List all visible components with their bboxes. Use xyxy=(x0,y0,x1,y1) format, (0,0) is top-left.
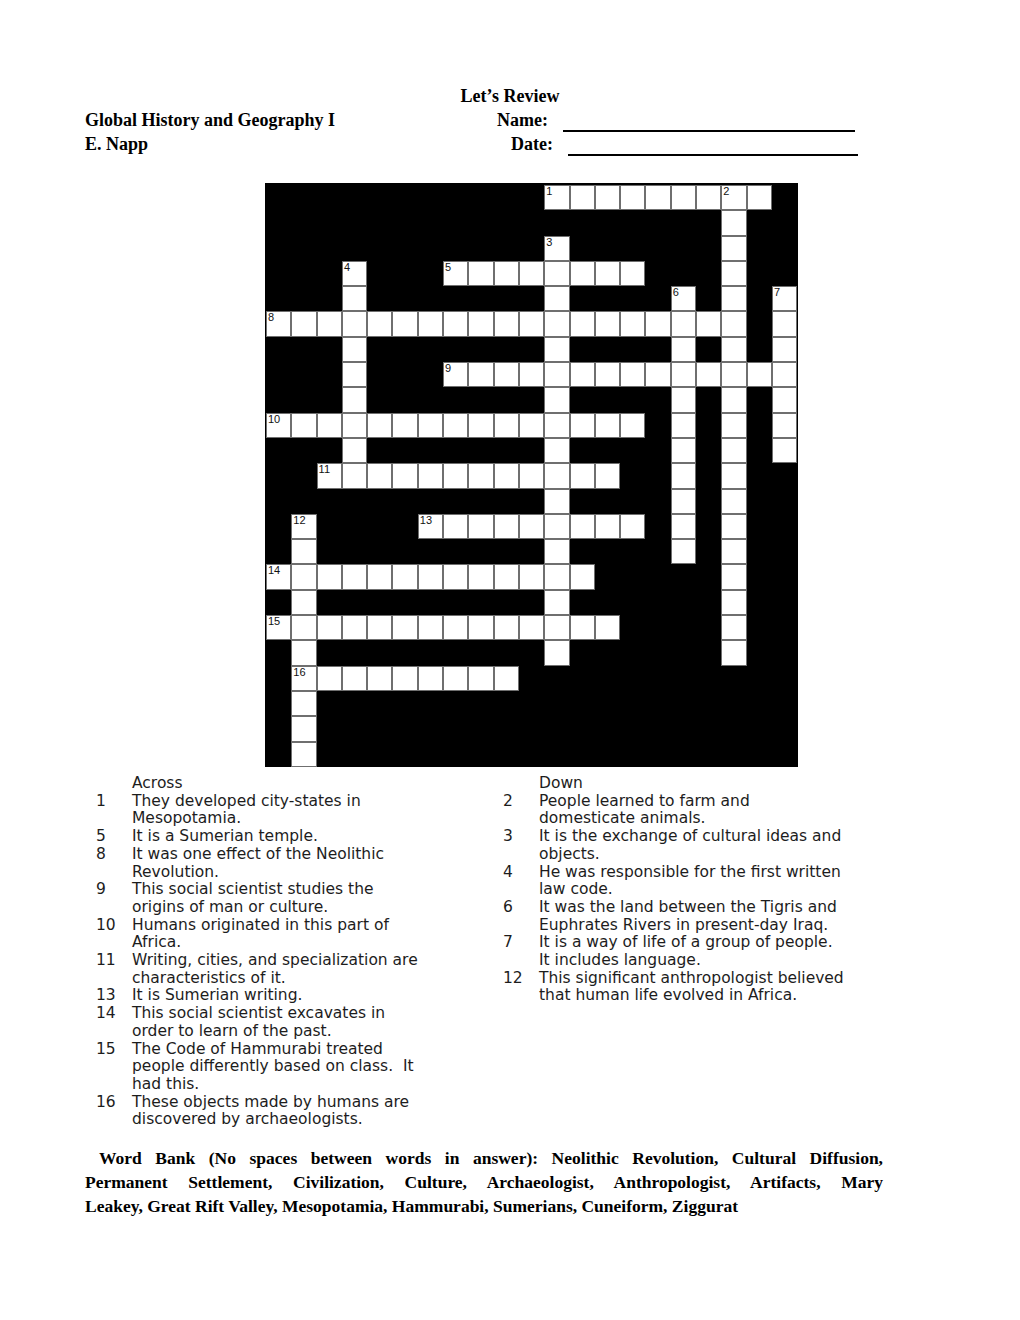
grid-cell[interactable] xyxy=(418,413,443,438)
grid-block xyxy=(317,590,342,615)
grid-block xyxy=(342,691,367,716)
grid-block xyxy=(696,742,721,767)
grid-cell[interactable] xyxy=(721,514,746,539)
grid-cell[interactable] xyxy=(544,514,569,539)
grid-block xyxy=(645,261,670,286)
grid-block xyxy=(595,742,620,767)
grid-block xyxy=(747,539,772,564)
grid-cell[interactable] xyxy=(494,666,519,691)
clue-text: He was responsible for the first written… xyxy=(539,864,841,899)
grid-block xyxy=(342,489,367,514)
grid-cell[interactable] xyxy=(671,387,696,412)
grid-block xyxy=(620,539,645,564)
grid-cell[interactable] xyxy=(317,666,342,691)
grid-cell[interactable] xyxy=(367,666,392,691)
grid-cell[interactable] xyxy=(519,615,544,640)
grid-cell[interactable] xyxy=(620,514,645,539)
grid-block xyxy=(570,640,595,665)
grid-block xyxy=(468,640,493,665)
grid-cell[interactable] xyxy=(671,185,696,210)
grid-cell[interactable] xyxy=(418,564,443,589)
grid-cell[interactable]: 4 xyxy=(342,261,367,286)
grid-cell[interactable] xyxy=(291,539,316,564)
grid-cell[interactable] xyxy=(544,564,569,589)
grid-cell[interactable] xyxy=(291,413,316,438)
grid-block xyxy=(620,742,645,767)
name-blank-field[interactable] xyxy=(563,112,855,132)
grid-block xyxy=(671,236,696,261)
grid-cell[interactable] xyxy=(468,666,493,691)
cell-number: 12 xyxy=(293,515,305,526)
grid-block xyxy=(645,463,670,488)
grid-block xyxy=(696,413,721,438)
grid-block xyxy=(291,337,316,362)
grid-cell[interactable] xyxy=(595,463,620,488)
grid-block xyxy=(696,236,721,261)
grid-block xyxy=(696,438,721,463)
grid-cell[interactable] xyxy=(721,590,746,615)
grid-cell[interactable] xyxy=(671,514,696,539)
grid-cell[interactable]: 10 xyxy=(266,413,291,438)
grid-cell[interactable] xyxy=(544,463,569,488)
grid-cell[interactable] xyxy=(620,311,645,336)
grid-cell[interactable] xyxy=(544,286,569,311)
grid-cell[interactable] xyxy=(772,413,797,438)
grid-block xyxy=(570,666,595,691)
grid-cell[interactable] xyxy=(595,615,620,640)
grid-block xyxy=(317,716,342,741)
grid-block xyxy=(266,337,291,362)
grid-cell[interactable] xyxy=(747,185,772,210)
grid-cell[interactable] xyxy=(342,438,367,463)
grid-block xyxy=(772,489,797,514)
cell-number: 3 xyxy=(546,237,552,248)
grid-cell[interactable] xyxy=(443,666,468,691)
grid-block xyxy=(595,337,620,362)
grid-block xyxy=(696,337,721,362)
grid-cell[interactable] xyxy=(772,362,797,387)
grid-cell[interactable] xyxy=(721,311,746,336)
grid-block xyxy=(392,185,417,210)
grid-cell[interactable] xyxy=(544,640,569,665)
grid-block xyxy=(317,514,342,539)
grid-block xyxy=(494,489,519,514)
grid-block xyxy=(468,387,493,412)
grid-block xyxy=(468,691,493,716)
grid-cell[interactable] xyxy=(570,514,595,539)
grid-block xyxy=(671,590,696,615)
grid-block xyxy=(595,387,620,412)
grid-cell[interactable] xyxy=(721,489,746,514)
grid-cell[interactable] xyxy=(367,463,392,488)
grid-block xyxy=(747,387,772,412)
grid-cell[interactable] xyxy=(645,311,670,336)
grid-cell[interactable] xyxy=(291,716,316,741)
grid-block xyxy=(772,666,797,691)
grid-cell[interactable] xyxy=(544,615,569,640)
grid-block xyxy=(367,438,392,463)
grid-cell[interactable] xyxy=(671,362,696,387)
grid-block xyxy=(342,590,367,615)
grid-cell[interactable] xyxy=(595,514,620,539)
grid-cell[interactable] xyxy=(519,362,544,387)
grid-block xyxy=(418,286,443,311)
grid-block xyxy=(645,615,670,640)
grid-cell[interactable] xyxy=(544,489,569,514)
grid-cell[interactable] xyxy=(671,489,696,514)
grid-cell[interactable] xyxy=(772,311,797,336)
clue-text: It is a Sumerian temple. xyxy=(132,828,318,846)
grid-block xyxy=(772,640,797,665)
grid-cell[interactable]: 3 xyxy=(544,236,569,261)
grid-block xyxy=(317,261,342,286)
grid-block xyxy=(443,489,468,514)
grid-block xyxy=(747,463,772,488)
grid-cell[interactable] xyxy=(443,413,468,438)
grid-cell[interactable] xyxy=(696,362,721,387)
grid-cell[interactable] xyxy=(494,413,519,438)
grid-cell[interactable]: 6 xyxy=(671,286,696,311)
grid-cell[interactable] xyxy=(468,261,493,286)
grid-block xyxy=(443,590,468,615)
across-clue-9: 9This social scientist studies theorigin… xyxy=(96,881,496,916)
grid-cell[interactable] xyxy=(392,311,417,336)
grid-block xyxy=(367,286,392,311)
grid-cell[interactable]: 14 xyxy=(266,564,291,589)
cell-number: 2 xyxy=(723,186,729,197)
grid-cell[interactable]: 5 xyxy=(443,261,468,286)
grid-cell[interactable] xyxy=(317,413,342,438)
grid-block xyxy=(544,210,569,235)
grid-block xyxy=(392,691,417,716)
grid-cell[interactable]: 2 xyxy=(721,185,746,210)
grid-cell[interactable] xyxy=(544,413,569,438)
grid-cell[interactable] xyxy=(519,311,544,336)
clue-text: It was one effect of the NeolithicRevolu… xyxy=(132,846,384,881)
grid-block xyxy=(266,387,291,412)
grid-cell[interactable] xyxy=(392,413,417,438)
grid-block xyxy=(645,716,670,741)
grid-block xyxy=(443,337,468,362)
cell-number: 16 xyxy=(293,667,305,678)
grid-block xyxy=(772,691,797,716)
grid-cell[interactable] xyxy=(721,413,746,438)
date-blank-field[interactable] xyxy=(568,136,858,156)
grid-block xyxy=(772,742,797,767)
grid-cell[interactable] xyxy=(721,210,746,235)
grid-cell[interactable] xyxy=(671,337,696,362)
grid-cell[interactable] xyxy=(342,311,367,336)
grid-cell[interactable]: 9 xyxy=(443,362,468,387)
grid-cell[interactable] xyxy=(291,564,316,589)
grid-cell[interactable] xyxy=(570,362,595,387)
grid-cell[interactable] xyxy=(595,413,620,438)
grid-cell[interactable] xyxy=(519,261,544,286)
grid-cell[interactable] xyxy=(544,438,569,463)
grid-cell[interactable] xyxy=(544,387,569,412)
grid-cell[interactable] xyxy=(494,564,519,589)
grid-cell[interactable] xyxy=(544,261,569,286)
grid-cell[interactable] xyxy=(645,185,670,210)
grid-cell[interactable] xyxy=(418,666,443,691)
grid-cell[interactable] xyxy=(721,640,746,665)
grid-cell[interactable] xyxy=(342,387,367,412)
grid-cell[interactable] xyxy=(721,463,746,488)
grid-block xyxy=(291,387,316,412)
grid-cell[interactable] xyxy=(721,286,746,311)
grid-block xyxy=(570,539,595,564)
grid-block xyxy=(443,716,468,741)
grid-block xyxy=(342,539,367,564)
grid-cell[interactable] xyxy=(519,463,544,488)
grid-cell[interactable] xyxy=(367,615,392,640)
grid-block xyxy=(747,438,772,463)
grid-cell[interactable] xyxy=(317,615,342,640)
grid-block xyxy=(367,236,392,261)
grid-cell[interactable] xyxy=(367,564,392,589)
grid-cell[interactable] xyxy=(721,261,746,286)
grid-cell[interactable] xyxy=(696,311,721,336)
grid-cell[interactable] xyxy=(392,615,417,640)
grid-block xyxy=(468,337,493,362)
grid-cell[interactable] xyxy=(494,261,519,286)
cell-number: 11 xyxy=(319,464,330,475)
grid-cell[interactable]: 16 xyxy=(291,666,316,691)
grid-cell[interactable] xyxy=(342,337,367,362)
grid-cell[interactable] xyxy=(342,564,367,589)
grid-cell[interactable] xyxy=(595,311,620,336)
grid-cell[interactable] xyxy=(494,463,519,488)
grid-block xyxy=(696,666,721,691)
grid-cell[interactable] xyxy=(519,413,544,438)
grid-cell[interactable] xyxy=(721,362,746,387)
grid-block xyxy=(443,286,468,311)
grid-cell[interactable] xyxy=(291,742,316,767)
grid-block xyxy=(519,286,544,311)
grid-block xyxy=(696,640,721,665)
cell-number: 7 xyxy=(774,287,780,298)
grid-block xyxy=(570,489,595,514)
grid-cell[interactable] xyxy=(747,362,772,387)
grid-cell[interactable] xyxy=(544,539,569,564)
grid-cell[interactable] xyxy=(696,185,721,210)
grid-cell[interactable] xyxy=(721,539,746,564)
grid-cell[interactable] xyxy=(519,514,544,539)
grid-block xyxy=(696,691,721,716)
grid-cell[interactable] xyxy=(544,362,569,387)
grid-block xyxy=(317,185,342,210)
grid-cell[interactable]: 11 xyxy=(317,463,342,488)
grid-cell[interactable] xyxy=(772,337,797,362)
word-bank: Word Bank (No spaces between words in an… xyxy=(85,1146,883,1218)
grid-cell[interactable] xyxy=(317,564,342,589)
grid-cell[interactable] xyxy=(342,463,367,488)
grid-cell[interactable] xyxy=(620,413,645,438)
grid-block xyxy=(418,387,443,412)
grid-cell[interactable] xyxy=(494,311,519,336)
clue-text: The Code of Hammurabi treatedpeople diff… xyxy=(132,1041,414,1094)
grid-block xyxy=(595,666,620,691)
grid-cell[interactable]: 13 xyxy=(418,514,443,539)
grid-cell[interactable] xyxy=(544,311,569,336)
grid-cell[interactable] xyxy=(317,311,342,336)
grid-cell[interactable] xyxy=(570,564,595,589)
grid-cell[interactable] xyxy=(392,463,417,488)
grid-cell[interactable] xyxy=(418,615,443,640)
grid-cell[interactable] xyxy=(595,362,620,387)
grid-cell[interactable] xyxy=(443,564,468,589)
grid-cell[interactable] xyxy=(367,413,392,438)
grid-cell[interactable] xyxy=(721,337,746,362)
grid-cell[interactable] xyxy=(772,387,797,412)
grid-block xyxy=(747,640,772,665)
grid-block xyxy=(747,615,772,640)
grid-cell[interactable]: 7 xyxy=(772,286,797,311)
grid-cell[interactable] xyxy=(595,185,620,210)
grid-block xyxy=(468,236,493,261)
grid-cell[interactable] xyxy=(443,311,468,336)
grid-cell[interactable] xyxy=(291,691,316,716)
grid-cell[interactable] xyxy=(519,564,544,589)
grid-cell[interactable] xyxy=(570,311,595,336)
grid-cell[interactable] xyxy=(342,413,367,438)
grid-cell[interactable]: 15 xyxy=(266,615,291,640)
grid-block xyxy=(570,716,595,741)
grid-cell[interactable] xyxy=(721,564,746,589)
grid-cell[interactable] xyxy=(291,311,316,336)
grid-cell[interactable] xyxy=(671,463,696,488)
grid-cell[interactable] xyxy=(468,362,493,387)
grid-cell[interactable] xyxy=(620,362,645,387)
grid-cell[interactable] xyxy=(721,387,746,412)
grid-cell[interactable] xyxy=(494,362,519,387)
grid-cell[interactable] xyxy=(392,564,417,589)
grid-block xyxy=(570,387,595,412)
grid-cell[interactable] xyxy=(418,311,443,336)
grid-cell[interactable] xyxy=(772,438,797,463)
grid-cell[interactable] xyxy=(671,413,696,438)
grid-block xyxy=(392,514,417,539)
grid-cell[interactable] xyxy=(443,463,468,488)
clue-text: This social scientist excavates inorder … xyxy=(132,1005,385,1040)
grid-block xyxy=(266,185,291,210)
grid-block xyxy=(443,387,468,412)
grid-block xyxy=(367,590,392,615)
grid-cell[interactable] xyxy=(468,311,493,336)
grid-block xyxy=(645,337,670,362)
grid-block xyxy=(418,438,443,463)
grid-cell[interactable] xyxy=(468,413,493,438)
grid-cell[interactable] xyxy=(671,311,696,336)
grid-cell[interactable] xyxy=(494,514,519,539)
grid-cell[interactable] xyxy=(671,539,696,564)
grid-block xyxy=(671,742,696,767)
grid-block xyxy=(443,210,468,235)
grid-cell[interactable] xyxy=(544,590,569,615)
grid-cell[interactable] xyxy=(645,362,670,387)
grid-block xyxy=(671,210,696,235)
grid-cell[interactable] xyxy=(671,438,696,463)
clue-number: 9 xyxy=(96,881,132,916)
grid-block xyxy=(570,286,595,311)
grid-block xyxy=(317,387,342,412)
grid-cell[interactable] xyxy=(291,590,316,615)
across-clue-11: 11Writing, cities, and specialization ar… xyxy=(96,952,496,987)
grid-cell[interactable] xyxy=(342,615,367,640)
grid-cell[interactable] xyxy=(494,615,519,640)
grid-cell[interactable] xyxy=(342,666,367,691)
grid-block xyxy=(317,210,342,235)
grid-block xyxy=(747,413,772,438)
grid-block xyxy=(494,438,519,463)
grid-cell[interactable] xyxy=(570,261,595,286)
grid-cell[interactable] xyxy=(418,463,443,488)
grid-cell[interactable] xyxy=(620,185,645,210)
grid-cell[interactable] xyxy=(570,615,595,640)
grid-cell[interactable] xyxy=(367,311,392,336)
grid-cell[interactable] xyxy=(342,286,367,311)
grid-block xyxy=(696,489,721,514)
grid-cell[interactable] xyxy=(443,615,468,640)
grid-block xyxy=(645,666,670,691)
grid-block xyxy=(291,463,316,488)
grid-block xyxy=(772,539,797,564)
grid-block xyxy=(317,742,342,767)
grid-cell[interactable] xyxy=(392,666,417,691)
grid-block xyxy=(367,362,392,387)
grid-block xyxy=(747,564,772,589)
grid-cell[interactable]: 8 xyxy=(266,311,291,336)
cell-number: 4 xyxy=(344,262,350,273)
grid-cell[interactable] xyxy=(468,564,493,589)
clue-number: 13 xyxy=(96,987,132,1005)
grid-cell[interactable] xyxy=(570,413,595,438)
grid-cell[interactable] xyxy=(570,185,595,210)
grid-cell[interactable] xyxy=(443,514,468,539)
grid-block xyxy=(671,564,696,589)
grid-cell[interactable] xyxy=(291,615,316,640)
grid-cell[interactable] xyxy=(721,615,746,640)
grid-block xyxy=(519,185,544,210)
grid-block xyxy=(620,564,645,589)
grid-cell[interactable] xyxy=(342,362,367,387)
grid-cell[interactable] xyxy=(595,261,620,286)
across-header: Across xyxy=(132,775,496,793)
grid-block xyxy=(342,716,367,741)
grid-cell[interactable] xyxy=(570,463,595,488)
grid-block xyxy=(443,236,468,261)
grid-cell[interactable] xyxy=(721,236,746,261)
grid-block xyxy=(291,438,316,463)
grid-block xyxy=(494,236,519,261)
grid-cell[interactable] xyxy=(291,640,316,665)
grid-cell[interactable] xyxy=(468,514,493,539)
clue-number: 2 xyxy=(503,793,539,828)
grid-cell[interactable]: 1 xyxy=(544,185,569,210)
grid-block xyxy=(595,236,620,261)
grid-cell[interactable] xyxy=(468,463,493,488)
grid-cell[interactable] xyxy=(721,438,746,463)
grid-cell[interactable]: 12 xyxy=(291,514,316,539)
grid-block xyxy=(772,590,797,615)
grid-cell[interactable] xyxy=(620,261,645,286)
grid-block xyxy=(418,640,443,665)
grid-block xyxy=(595,286,620,311)
grid-cell[interactable] xyxy=(468,615,493,640)
grid-cell[interactable] xyxy=(544,337,569,362)
cell-number: 5 xyxy=(445,262,451,273)
clue-text: It is the exchange of cultural ideas and… xyxy=(539,828,841,863)
